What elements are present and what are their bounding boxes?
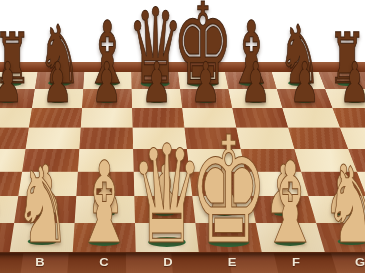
piece-black-pawn-a7[interactable]: ♟	[0, 55, 25, 111]
pawn-glyph: ♟	[189, 55, 222, 111]
piece-white-knight-g1[interactable]: ♞	[321, 154, 365, 259]
pawn-glyph: ♟	[0, 55, 25, 111]
piece-black-pawn-d7[interactable]: ♟	[140, 55, 173, 111]
pawn-glyph: ♟	[239, 55, 272, 111]
piece-black-pawn-g7[interactable]: ♟	[288, 55, 321, 111]
piece-black-pawn-f7[interactable]: ♟	[239, 55, 272, 111]
piece-white-rook-a1[interactable]: ♜	[0, 165, 8, 256]
piece-black-pawn-b7[interactable]: ♟	[41, 55, 74, 111]
pawn-glyph: ♟	[288, 55, 321, 111]
pawn-glyph: ♟	[140, 55, 173, 111]
piece-black-pawn-h7[interactable]: ♟	[338, 55, 365, 111]
piece-black-pawn-e7[interactable]: ♟	[189, 55, 222, 111]
piece-white-knight-b1[interactable]: ♞	[11, 154, 74, 259]
piece-white-bishop-f1[interactable]: ♝	[257, 147, 325, 260]
bishop-glyph: ♝	[257, 147, 325, 260]
pieces-layer: ♜♞♝♛♚♝♞♜♟♟♟♟♟♟♟♟♟♟♟♟♟♟♟♟♜♞♝♛♚♝♞♜	[0, 0, 365, 273]
chessboard-photo: ♜♞♝♛♚♝♞♜♟♟♟♟♟♟♟♟♟♟♟♟♟♟♟♟♜♞♝♛♚♝♞♜ BCDEFG	[0, 0, 365, 273]
pawn-glyph: ♟	[338, 55, 365, 111]
knight-glyph: ♞	[321, 154, 365, 259]
pawn-glyph: ♟	[90, 55, 123, 111]
pawn-glyph: ♟	[41, 55, 74, 111]
rook-glyph: ♜	[0, 165, 8, 256]
piece-black-pawn-c7[interactable]: ♟	[90, 55, 123, 111]
knight-glyph: ♞	[11, 154, 74, 259]
